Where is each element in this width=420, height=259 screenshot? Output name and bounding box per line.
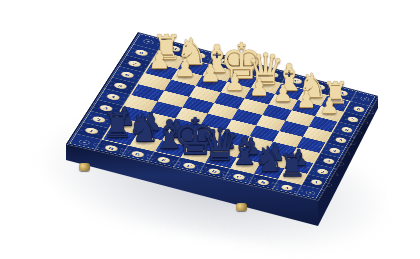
file-label-near-H-medallion: H (103, 144, 119, 152)
piece-wP-f7: ♟ (200, 63, 221, 87)
piece-wP-d7: ♟ (249, 76, 269, 99)
piece-wP-g7: ♟ (174, 56, 196, 80)
piece-wP-h7: ♟ (149, 49, 171, 74)
rank-label-right-1-medallion: 1 (310, 178, 324, 186)
piece-wP-b7: ♟ (297, 88, 317, 110)
clasp-front-left (79, 163, 90, 171)
file-label-near-A-medallion: A (280, 184, 294, 192)
piece-wP-e7: ♟ (225, 69, 246, 92)
piece-bR-a1: ♜ (279, 150, 307, 181)
rank-label-left-7-medallion: 7 (127, 59, 143, 67)
piece-wP-c7: ♟ (273, 82, 293, 104)
rank-label-right-5-medallion: 5 (334, 136, 348, 144)
chess-set-photo: HH88GG77FF66EE55DD44CC33BB22AA11 ♜♞♝♚♛♝♞… (0, 0, 420, 259)
rank-label-left-5-medallion: 5 (112, 82, 128, 90)
rank-label-right-8-medallion: 8 (352, 105, 365, 113)
rank-label-right-7-medallion: 7 (346, 116, 359, 124)
rank-label-right-3-medallion: 3 (322, 157, 336, 165)
rank-label-right-2-medallion: 2 (316, 168, 330, 176)
rank-label-right-4-medallion: 4 (328, 147, 342, 155)
file-label-near-G-medallion: G (130, 150, 146, 158)
rank-label-left-1-medallion: 1 (83, 127, 99, 135)
rank-label-left-4-medallion: 4 (105, 93, 121, 101)
file-label-near-F-medallion: F (156, 156, 172, 164)
file-label-near-B-medallion: B (256, 178, 270, 186)
rank-label-right-6-medallion: 6 (340, 126, 354, 134)
clasp-front-right (236, 203, 247, 211)
rank-label-left-8-medallion: 8 (134, 49, 150, 57)
file-label-near-C-medallion: C (232, 173, 247, 181)
rank-label-left-6-medallion: 6 (119, 71, 135, 79)
piece-wP-a7: ♟ (320, 95, 339, 117)
